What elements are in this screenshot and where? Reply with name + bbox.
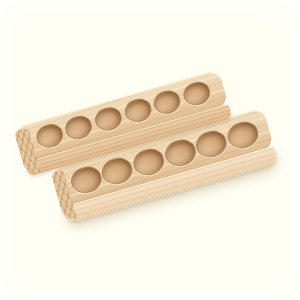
pit-top-3[interactable] xyxy=(92,104,124,134)
pit-top-4[interactable] xyxy=(122,95,154,125)
pit-top-5[interactable] xyxy=(151,87,183,117)
pit-top-1[interactable] xyxy=(33,120,65,150)
pit-bottom-1[interactable] xyxy=(68,163,105,197)
pit-bottom-5[interactable] xyxy=(193,127,230,161)
pit-top-6[interactable] xyxy=(181,78,213,108)
product-photo-stage xyxy=(0,0,300,300)
pit-top-2[interactable] xyxy=(63,112,95,142)
pit-bottom-4[interactable] xyxy=(162,136,199,170)
pit-bottom-2[interactable] xyxy=(99,154,136,188)
pit-bottom-3[interactable] xyxy=(130,145,167,179)
mancala-board xyxy=(15,57,294,241)
pit-bottom-6[interactable] xyxy=(225,118,262,152)
